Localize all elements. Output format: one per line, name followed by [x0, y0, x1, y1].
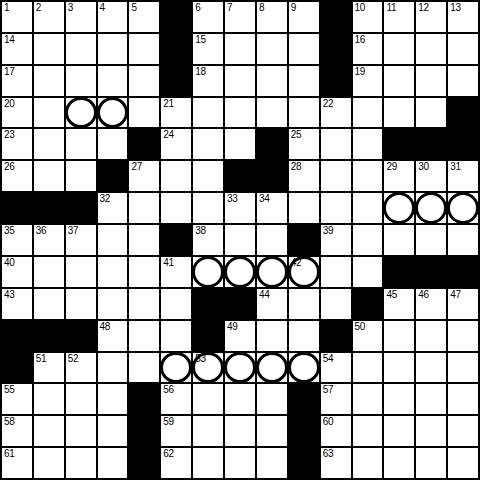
cell-r3c9[interactable] [289, 98, 319, 128]
cell-r14c7[interactable] [225, 448, 255, 478]
cell-r2c7[interactable] [225, 66, 255, 96]
cell-r7c1[interactable]: 36 [34, 225, 64, 255]
cell-r8c8[interactable] [257, 257, 287, 287]
cell-r4c4 [129, 129, 159, 159]
cell-r1c6[interactable]: 15 [193, 34, 223, 64]
cell-r8c6[interactable] [193, 257, 223, 287]
cell-r10c13[interactable] [416, 321, 446, 351]
cell-r4c10[interactable] [321, 129, 351, 159]
cell-r4c13 [416, 129, 446, 159]
cell-r13c3[interactable] [98, 416, 128, 446]
cell-r13c8[interactable] [257, 416, 287, 446]
cell-r10c10 [321, 321, 351, 351]
cell-r7c4[interactable] [129, 225, 159, 255]
clue-number: 55 [4, 384, 15, 395]
cell-r1c5 [161, 34, 191, 64]
cell-r3c12[interactable] [384, 98, 414, 128]
clue-number: 6 [195, 2, 200, 13]
cell-r7c10[interactable]: 39 [321, 225, 351, 255]
cell-r10c12[interactable] [384, 321, 414, 351]
cell-r0c14[interactable]: 13 [448, 2, 478, 32]
clue-number: 54 [323, 353, 334, 364]
circle-marker [288, 352, 320, 384]
cell-r11c12[interactable] [384, 353, 414, 383]
clue-number: 30 [418, 161, 429, 172]
cell-r9c12[interactable]: 45 [384, 289, 414, 319]
cell-r0c12[interactable]: 11 [384, 2, 414, 32]
cell-r2c8[interactable] [257, 66, 287, 96]
clue-number: 47 [450, 289, 461, 300]
cell-r2c4[interactable] [129, 66, 159, 96]
cell-r6c14[interactable] [448, 193, 478, 223]
cell-r9c9[interactable] [289, 289, 319, 319]
cell-r4c3[interactable] [98, 129, 128, 159]
clue-number: 7 [227, 2, 232, 13]
cell-r5c0[interactable]: 26 [2, 161, 32, 191]
cell-r9c8[interactable]: 44 [257, 289, 287, 319]
cell-r1c12[interactable] [384, 34, 414, 64]
cell-r6c0 [2, 193, 32, 223]
cell-r13c4 [129, 416, 159, 446]
cell-r3c5[interactable]: 21 [161, 98, 191, 128]
clue-number: 51 [36, 353, 47, 364]
cell-r3c10[interactable]: 22 [321, 98, 351, 128]
clue-number: 12 [418, 2, 429, 13]
cell-r11c6[interactable]: 53 [193, 353, 223, 383]
clue-number: 37 [68, 225, 79, 236]
cell-r3c11[interactable] [353, 98, 383, 128]
clue-number: 46 [418, 289, 429, 300]
cell-r12c14[interactable] [448, 384, 478, 414]
cell-r13c1[interactable] [34, 416, 64, 446]
clue-number: 10 [355, 2, 366, 13]
cell-r8c13 [416, 257, 446, 287]
cell-r12c1[interactable] [34, 384, 64, 414]
cell-r2c13[interactable] [416, 66, 446, 96]
cell-r5c1[interactable] [34, 161, 64, 191]
cell-r10c2 [66, 321, 96, 351]
cell-r14c1[interactable] [34, 448, 64, 478]
cell-r7c0[interactable]: 35 [2, 225, 32, 255]
cell-r4c12 [384, 129, 414, 159]
cell-r3c8[interactable] [257, 98, 287, 128]
crossword-grid: 1234567891011121314151617181920212223242… [0, 0, 480, 480]
cell-r10c0 [2, 321, 32, 351]
cell-r4c14 [448, 129, 478, 159]
cell-r9c11 [353, 289, 383, 319]
cell-r8c11[interactable] [353, 257, 383, 287]
clue-number: 60 [323, 416, 334, 427]
cell-r1c0[interactable]: 14 [2, 34, 32, 64]
cell-r0c6[interactable]: 6 [193, 2, 223, 32]
clue-number: 36 [36, 225, 47, 236]
clue-number: 56 [163, 384, 174, 395]
clue-number: 3 [68, 2, 73, 13]
cell-r13c6[interactable] [193, 416, 223, 446]
cell-r9c0[interactable]: 43 [2, 289, 32, 319]
cell-r2c6[interactable]: 18 [193, 66, 223, 96]
cell-r3c7[interactable] [225, 98, 255, 128]
cell-r3c6[interactable] [193, 98, 223, 128]
cell-r10c1 [34, 321, 64, 351]
cell-r10c4[interactable] [129, 321, 159, 351]
clue-number: 15 [195, 34, 206, 45]
circle-marker [65, 97, 97, 129]
circle-marker [256, 256, 288, 288]
clue-number: 50 [355, 321, 366, 332]
cell-r13c12[interactable] [384, 416, 414, 446]
clue-number: 62 [163, 448, 174, 459]
cell-r8c14 [448, 257, 478, 287]
clue-number: 27 [131, 161, 142, 172]
clue-number: 17 [4, 66, 15, 77]
cell-r11c4[interactable] [129, 353, 159, 383]
cell-r5c8 [257, 161, 287, 191]
clue-number: 16 [355, 34, 366, 45]
cell-r12c0[interactable]: 55 [2, 384, 32, 414]
cell-r6c10[interactable] [321, 193, 351, 223]
cell-r7c2[interactable]: 37 [66, 225, 96, 255]
clue-number: 4 [100, 2, 105, 13]
cell-r4c6[interactable] [193, 129, 223, 159]
cell-r8c9[interactable]: 42 [289, 257, 319, 287]
cell-r0c2[interactable]: 3 [66, 2, 96, 32]
cell-r9c6 [193, 289, 223, 319]
cell-r0c5 [161, 2, 191, 32]
cell-r5c13[interactable]: 30 [416, 161, 446, 191]
cell-r14c11[interactable] [353, 448, 383, 478]
cell-r12c5[interactable]: 56 [161, 384, 191, 414]
clue-number: 45 [386, 289, 397, 300]
cell-r7c14[interactable] [448, 225, 478, 255]
cell-r9c1[interactable] [34, 289, 64, 319]
cell-r9c4[interactable] [129, 289, 159, 319]
cell-r9c5[interactable] [161, 289, 191, 319]
clue-number: 20 [4, 98, 15, 109]
cell-r11c13[interactable] [416, 353, 446, 383]
clue-number: 40 [4, 257, 15, 268]
cell-r10c6 [193, 321, 223, 351]
cell-r5c12[interactable]: 29 [384, 161, 414, 191]
cell-r2c5 [161, 66, 191, 96]
cell-r8c10[interactable] [321, 257, 351, 287]
cell-r2c9[interactable] [289, 66, 319, 96]
circle-marker [256, 352, 288, 384]
cell-r1c14[interactable] [448, 34, 478, 64]
cell-r2c12[interactable] [384, 66, 414, 96]
clue-number: 14 [4, 34, 15, 45]
clue-number: 44 [259, 289, 270, 300]
cell-r5c11[interactable] [353, 161, 383, 191]
clue-number: 49 [227, 321, 238, 332]
cell-r6c12[interactable] [384, 193, 414, 223]
cell-r0c9[interactable]: 9 [289, 2, 319, 32]
cell-r4c2[interactable] [66, 129, 96, 159]
cell-r11c2[interactable]: 52 [66, 353, 96, 383]
cell-r12c6[interactable] [193, 384, 223, 414]
cell-r3c13[interactable] [416, 98, 446, 128]
clue-number: 41 [163, 257, 174, 268]
circle-marker [97, 97, 129, 129]
cell-r12c3[interactable] [98, 384, 128, 414]
clue-number: 58 [4, 416, 15, 427]
cell-r2c1[interactable] [34, 66, 64, 96]
cell-r11c0 [2, 353, 32, 383]
circle-marker [224, 256, 256, 288]
cell-r9c14[interactable]: 47 [448, 289, 478, 319]
cell-r14c5[interactable]: 62 [161, 448, 191, 478]
cell-r8c5[interactable]: 41 [161, 257, 191, 287]
cell-r5c3 [98, 161, 128, 191]
circle-marker [415, 192, 447, 224]
cell-r9c10[interactable] [321, 289, 351, 319]
clue-number: 57 [323, 384, 334, 395]
cell-r5c5[interactable] [161, 161, 191, 191]
cell-r7c7[interactable] [225, 225, 255, 255]
cell-r9c2[interactable] [66, 289, 96, 319]
cell-r11c10[interactable]: 54 [321, 353, 351, 383]
cell-r1c9[interactable] [289, 34, 319, 64]
clue-number: 21 [163, 98, 174, 109]
cell-r8c3[interactable] [98, 257, 128, 287]
clue-number: 61 [4, 448, 15, 459]
cell-r14c12[interactable] [384, 448, 414, 478]
cell-r8c1[interactable] [34, 257, 64, 287]
cell-r1c8[interactable] [257, 34, 287, 64]
clue-number: 5 [131, 2, 136, 13]
cell-r12c12[interactable] [384, 384, 414, 414]
cell-r4c7[interactable] [225, 129, 255, 159]
cell-r2c3[interactable] [98, 66, 128, 96]
cell-r3c2[interactable] [66, 98, 96, 128]
cell-r7c6[interactable]: 38 [193, 225, 223, 255]
cell-r1c4[interactable] [129, 34, 159, 64]
cell-r6c13[interactable] [416, 193, 446, 223]
cell-r4c8 [257, 129, 287, 159]
cell-r10c14[interactable] [448, 321, 478, 351]
cell-r5c6[interactable] [193, 161, 223, 191]
cell-r12c11[interactable] [353, 384, 383, 414]
clue-number: 26 [4, 161, 15, 172]
clue-number: 8 [259, 2, 264, 13]
clue-number: 53 [195, 353, 206, 364]
cell-r1c3[interactable] [98, 34, 128, 64]
cell-r9c7 [225, 289, 255, 319]
cell-r10c7[interactable]: 49 [225, 321, 255, 351]
cell-r0c10 [321, 2, 351, 32]
cell-r13c11[interactable] [353, 416, 383, 446]
cell-r2c0[interactable]: 17 [2, 66, 32, 96]
cell-r7c12[interactable] [384, 225, 414, 255]
cell-r14c14[interactable] [448, 448, 478, 478]
clue-number: 13 [450, 2, 461, 13]
cell-r4c0[interactable]: 23 [2, 129, 32, 159]
cell-r4c9[interactable]: 25 [289, 129, 319, 159]
cell-r0c0[interactable]: 1 [2, 2, 32, 32]
cell-r4c5[interactable]: 24 [161, 129, 191, 159]
cell-r1c11[interactable]: 16 [353, 34, 383, 64]
cell-r14c6[interactable] [193, 448, 223, 478]
cell-r14c3[interactable] [98, 448, 128, 478]
cell-r3c14 [448, 98, 478, 128]
cell-r5c9[interactable]: 28 [289, 161, 319, 191]
cell-r14c0[interactable]: 61 [2, 448, 32, 478]
cell-r0c13[interactable]: 12 [416, 2, 446, 32]
cell-r12c2[interactable] [66, 384, 96, 414]
cell-r0c4[interactable]: 5 [129, 2, 159, 32]
cell-r13c0[interactable]: 58 [2, 416, 32, 446]
clue-number: 9 [291, 2, 296, 13]
cell-r9c3[interactable] [98, 289, 128, 319]
clue-number: 52 [68, 353, 79, 364]
cell-r4c1[interactable] [34, 129, 64, 159]
cell-r10c11[interactable]: 50 [353, 321, 383, 351]
cell-r11c8[interactable] [257, 353, 287, 383]
circle-marker [447, 192, 479, 224]
clue-number: 1 [4, 2, 9, 13]
cell-r3c0[interactable]: 20 [2, 98, 32, 128]
clue-number: 29 [386, 161, 397, 172]
cell-r1c2[interactable] [66, 34, 96, 64]
cell-r1c13[interactable] [416, 34, 446, 64]
cell-r6c2 [66, 193, 96, 223]
cell-r6c1 [34, 193, 64, 223]
cell-r12c9 [289, 384, 319, 414]
cell-r0c11[interactable]: 10 [353, 2, 383, 32]
cell-r6c6[interactable] [193, 193, 223, 223]
cell-r0c7[interactable]: 7 [225, 2, 255, 32]
clue-number: 48 [100, 321, 111, 332]
cell-r0c1[interactable]: 2 [34, 2, 64, 32]
clue-number: 59 [163, 416, 174, 427]
clue-number: 28 [291, 161, 302, 172]
cell-r11c11[interactable] [353, 353, 383, 383]
clue-number: 42 [291, 257, 302, 268]
cell-r6c4[interactable] [129, 193, 159, 223]
cell-r8c4[interactable] [129, 257, 159, 287]
cell-r5c7 [225, 161, 255, 191]
cell-r1c10 [321, 34, 351, 64]
cell-r10c3[interactable]: 48 [98, 321, 128, 351]
cell-r14c13[interactable] [416, 448, 446, 478]
cell-r5c2[interactable] [66, 161, 96, 191]
cell-r7c3[interactable] [98, 225, 128, 255]
cell-r13c2[interactable] [66, 416, 96, 446]
cell-r11c9[interactable] [289, 353, 319, 383]
clue-number: 35 [4, 225, 15, 236]
cell-r11c1[interactable]: 51 [34, 353, 64, 383]
clue-number: 11 [386, 2, 396, 13]
cell-r12c4 [129, 384, 159, 414]
cell-r7c9 [289, 225, 319, 255]
cell-r13c14[interactable] [448, 416, 478, 446]
cell-r13c7[interactable] [225, 416, 255, 446]
cell-r11c7[interactable] [225, 353, 255, 383]
cell-r0c8[interactable]: 8 [257, 2, 287, 32]
cell-r14c2[interactable] [66, 448, 96, 478]
cell-r1c1[interactable] [34, 34, 64, 64]
circle-marker [160, 352, 192, 384]
circle-marker [192, 256, 224, 288]
cell-r6c9[interactable] [289, 193, 319, 223]
cell-r13c13[interactable] [416, 416, 446, 446]
clue-number: 38 [195, 225, 206, 236]
clue-number: 32 [100, 193, 111, 204]
clue-number: 43 [4, 289, 15, 300]
cell-r6c11[interactable] [353, 193, 383, 223]
cell-r2c14[interactable] [448, 66, 478, 96]
clue-number: 19 [355, 66, 366, 77]
cell-r8c7[interactable] [225, 257, 255, 287]
cell-r11c3[interactable] [98, 353, 128, 383]
cell-r6c8[interactable]: 34 [257, 193, 287, 223]
cell-r5c10[interactable] [321, 161, 351, 191]
clue-number: 63 [323, 448, 334, 459]
cell-r6c7[interactable]: 33 [225, 193, 255, 223]
cell-r10c5[interactable] [161, 321, 191, 351]
cell-r2c11[interactable]: 19 [353, 66, 383, 96]
clue-number: 23 [4, 129, 15, 140]
cell-r13c10[interactable]: 60 [321, 416, 351, 446]
cell-r14c9 [289, 448, 319, 478]
cell-r2c2[interactable] [66, 66, 96, 96]
cell-r5c14[interactable]: 31 [448, 161, 478, 191]
cell-r6c3[interactable]: 32 [98, 193, 128, 223]
cell-r13c5[interactable]: 59 [161, 416, 191, 446]
cell-r11c5[interactable] [161, 353, 191, 383]
cell-r7c13[interactable] [416, 225, 446, 255]
circle-marker [383, 192, 415, 224]
cell-r7c8[interactable] [257, 225, 287, 255]
cell-r14c10[interactable]: 63 [321, 448, 351, 478]
cell-r2c10 [321, 66, 351, 96]
clue-number: 2 [36, 2, 41, 13]
cell-r0c3[interactable]: 4 [98, 2, 128, 32]
cell-r12c13[interactable] [416, 384, 446, 414]
cell-r8c12 [384, 257, 414, 287]
cell-r10c8[interactable] [257, 321, 287, 351]
cell-r12c10[interactable]: 57 [321, 384, 351, 414]
cell-r1c7[interactable] [225, 34, 255, 64]
cell-r12c8[interactable] [257, 384, 287, 414]
cell-r5c4[interactable]: 27 [129, 161, 159, 191]
cell-r3c4[interactable] [129, 98, 159, 128]
cell-r3c3[interactable] [98, 98, 128, 128]
clue-number: 39 [323, 225, 334, 236]
circle-marker [224, 352, 256, 384]
cell-r3c1[interactable] [34, 98, 64, 128]
clue-number: 24 [163, 129, 174, 140]
cell-r8c2[interactable] [66, 257, 96, 287]
cell-r4c11[interactable] [353, 129, 383, 159]
cell-r9c13[interactable]: 46 [416, 289, 446, 319]
cell-r11c14[interactable] [448, 353, 478, 383]
cell-r7c5 [161, 225, 191, 255]
clue-number: 22 [323, 98, 334, 109]
clue-number: 33 [227, 193, 238, 204]
clue-number: 25 [291, 129, 302, 140]
cell-r13c9 [289, 416, 319, 446]
clue-number: 34 [259, 193, 270, 204]
cell-r12c7[interactable] [225, 384, 255, 414]
clue-number: 31 [450, 161, 461, 172]
cell-r14c8[interactable] [257, 448, 287, 478]
cell-r10c9[interactable] [289, 321, 319, 351]
cell-r8c0[interactable]: 40 [2, 257, 32, 287]
cell-r7c11[interactable] [353, 225, 383, 255]
cell-r6c5[interactable] [161, 193, 191, 223]
clue-number: 18 [195, 66, 206, 77]
